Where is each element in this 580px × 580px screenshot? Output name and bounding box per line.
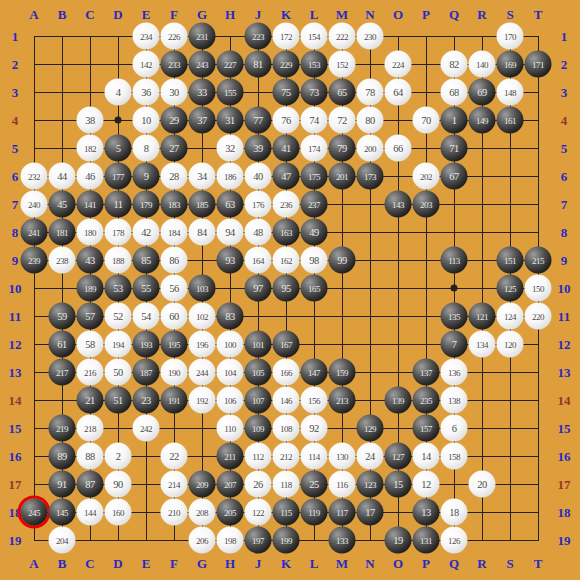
stone-white-j16: 112 (245, 443, 272, 470)
stone-white-f18: 210 (161, 499, 188, 526)
stone-white-c5: 182 (77, 135, 104, 162)
column-label-top-r: R (477, 8, 486, 21)
stone-black-h4: 31 (217, 107, 244, 134)
stone-black-e7: 179 (133, 191, 160, 218)
stone-black-a9: 239 (21, 247, 48, 274)
column-label-top-q: Q (449, 8, 459, 21)
column-label-bottom-f: F (170, 557, 178, 570)
stone-white-f9: 86 (161, 247, 188, 274)
stone-black-s10: 125 (497, 275, 524, 302)
stone-white-m1: 222 (329, 23, 356, 50)
stone-black-k12: 167 (273, 331, 300, 358)
stone-white-a7: 240 (21, 191, 48, 218)
stone-white-p4: 70 (413, 107, 440, 134)
column-label-bottom-c: C (85, 557, 94, 570)
stone-black-r11: 121 (469, 303, 496, 330)
stone-white-p6: 202 (413, 163, 440, 190)
stone-black-h17: 207 (217, 471, 244, 498)
star-point-q10 (451, 285, 458, 292)
stone-black-b16: 89 (49, 443, 76, 470)
stone-black-b8: 181 (49, 219, 76, 246)
stone-black-c17: 87 (77, 471, 104, 498)
stone-black-p15: 157 (413, 415, 440, 442)
stone-black-b15: 219 (49, 415, 76, 442)
row-label-left-16: 16 (9, 450, 22, 463)
stone-white-n16: 24 (357, 443, 384, 470)
stone-white-s1: 170 (497, 23, 524, 50)
stone-white-k15: 108 (273, 415, 300, 442)
column-label-bottom-n: N (365, 557, 374, 570)
row-label-left-10: 10 (9, 282, 22, 295)
stone-white-e5: 8 (133, 135, 160, 162)
stone-black-a18-last-move: 245 (21, 499, 48, 526)
stone-white-s3: 148 (497, 79, 524, 106)
stone-white-d13: 50 (105, 359, 132, 386)
stone-white-d3: 4 (105, 79, 132, 106)
stone-black-r4: 149 (469, 107, 496, 134)
column-label-top-f: F (170, 8, 178, 21)
stone-black-j19: 197 (245, 527, 272, 554)
stone-white-l16: 114 (301, 443, 328, 470)
stone-white-b9: 238 (49, 247, 76, 274)
stone-white-o3: 64 (385, 79, 412, 106)
row-label-right-8: 8 (561, 226, 568, 239)
stone-black-g4: 37 (189, 107, 216, 134)
stone-white-m17: 116 (329, 471, 356, 498)
stone-black-d14: 51 (105, 387, 132, 414)
stone-black-m13: 159 (329, 359, 356, 386)
column-label-top-g: G (197, 8, 207, 21)
stone-white-k4: 76 (273, 107, 300, 134)
column-label-bottom-o: O (393, 557, 403, 570)
stone-black-j12: 101 (245, 331, 272, 358)
row-label-right-3: 3 (561, 86, 568, 99)
column-label-top-b: B (58, 8, 67, 21)
row-label-right-16: 16 (558, 450, 571, 463)
stone-white-m16: 130 (329, 443, 356, 470)
stone-white-h19: 198 (217, 527, 244, 554)
row-label-left-8: 8 (12, 226, 19, 239)
stone-white-g11: 102 (189, 303, 216, 330)
stone-black-j4: 77 (245, 107, 272, 134)
stone-black-g10: 103 (189, 275, 216, 302)
stone-black-o17: 15 (385, 471, 412, 498)
stone-black-p14: 235 (413, 387, 440, 414)
row-label-left-15: 15 (9, 422, 22, 435)
row-label-right-7: 7 (561, 198, 568, 211)
stone-white-l15: 92 (301, 415, 328, 442)
stone-black-d10: 53 (105, 275, 132, 302)
stone-black-s9: 151 (497, 247, 524, 274)
stone-white-j8: 48 (245, 219, 272, 246)
stone-black-b12: 61 (49, 331, 76, 358)
stone-black-j1: 223 (245, 23, 272, 50)
stone-black-h2: 227 (217, 51, 244, 78)
stone-white-n5: 200 (357, 135, 384, 162)
stone-white-c8: 180 (77, 219, 104, 246)
row-label-right-1: 1 (561, 30, 568, 43)
stone-black-e12: 193 (133, 331, 160, 358)
stone-black-c11: 57 (77, 303, 104, 330)
stone-black-q6: 67 (441, 163, 468, 190)
column-label-top-j: J (255, 8, 262, 21)
stone-black-n18: 17 (357, 499, 384, 526)
stone-white-j18: 122 (245, 499, 272, 526)
stone-white-k9: 162 (273, 247, 300, 274)
stone-black-e6: 9 (133, 163, 160, 190)
row-label-left-9: 9 (12, 254, 19, 267)
stone-black-k3: 75 (273, 79, 300, 106)
column-label-bottom-g: G (197, 557, 207, 570)
stone-black-c14: 21 (77, 387, 104, 414)
go-board[interactable]: AABBCCDDEEFFGGHHJJKKLLMMNNOOPPQQRRSSTT11… (0, 0, 580, 580)
stone-black-q9: 113 (441, 247, 468, 274)
stone-black-g3: 33 (189, 79, 216, 106)
row-label-right-15: 15 (558, 422, 571, 435)
stone-black-m6: 201 (329, 163, 356, 190)
stone-black-c9: 43 (77, 247, 104, 274)
stone-white-c16: 88 (77, 443, 104, 470)
stone-white-j7: 176 (245, 191, 272, 218)
stone-black-k8: 163 (273, 219, 300, 246)
stone-black-p13: 137 (413, 359, 440, 386)
stone-white-p16: 14 (413, 443, 440, 470)
stone-white-s11: 124 (497, 303, 524, 330)
stone-white-k1: 172 (273, 23, 300, 50)
stone-white-e3: 36 (133, 79, 160, 106)
row-label-left-5: 5 (12, 142, 19, 155)
column-label-top-s: S (506, 8, 513, 21)
stone-black-b7: 45 (49, 191, 76, 218)
stone-white-b6: 44 (49, 163, 76, 190)
row-label-left-3: 3 (12, 86, 19, 99)
stone-black-m3: 65 (329, 79, 356, 106)
stone-white-n3: 78 (357, 79, 384, 106)
stone-black-b17: 91 (49, 471, 76, 498)
stone-white-f16: 22 (161, 443, 188, 470)
row-label-right-11: 11 (558, 310, 570, 323)
stone-black-d6: 177 (105, 163, 132, 190)
column-label-top-a: A (29, 8, 38, 21)
stone-black-q4: 1 (441, 107, 468, 134)
stone-white-k13: 166 (273, 359, 300, 386)
column-label-bottom-j: J (255, 557, 262, 570)
stone-black-g2: 243 (189, 51, 216, 78)
stone-black-o16: 127 (385, 443, 412, 470)
row-label-right-13: 13 (558, 366, 571, 379)
column-label-top-m: M (336, 8, 348, 21)
stone-white-e8: 42 (133, 219, 160, 246)
stone-black-l13: 147 (301, 359, 328, 386)
stone-white-g8: 84 (189, 219, 216, 246)
stone-white-e1: 234 (133, 23, 160, 50)
stone-black-k2: 229 (273, 51, 300, 78)
stone-white-f13: 190 (161, 359, 188, 386)
stone-black-b18: 145 (49, 499, 76, 526)
stone-white-j6: 40 (245, 163, 272, 190)
stone-white-d11: 52 (105, 303, 132, 330)
stone-white-r2: 140 (469, 51, 496, 78)
stone-black-c7: 141 (77, 191, 104, 218)
row-label-right-5: 5 (561, 142, 568, 155)
row-label-left-4: 4 (12, 114, 19, 127)
stone-black-m14: 213 (329, 387, 356, 414)
stone-black-o14: 139 (385, 387, 412, 414)
stone-white-c15: 218 (77, 415, 104, 442)
stone-black-s2: 169 (497, 51, 524, 78)
stone-white-o2: 224 (385, 51, 412, 78)
stone-white-m4: 72 (329, 107, 356, 134)
row-label-left-12: 12 (9, 338, 22, 351)
stone-white-q16: 158 (441, 443, 468, 470)
stone-white-p17: 12 (413, 471, 440, 498)
stone-white-e11: 54 (133, 303, 160, 330)
stone-black-h3: 155 (217, 79, 244, 106)
stone-white-d9: 188 (105, 247, 132, 274)
stone-black-d5: 5 (105, 135, 132, 162)
stone-black-g1: 231 (189, 23, 216, 50)
stone-black-l18: 119 (301, 499, 328, 526)
stone-black-j15: 109 (245, 415, 272, 442)
stone-black-f7: 183 (161, 191, 188, 218)
stone-white-q18: 18 (441, 499, 468, 526)
column-label-bottom-k: K (281, 557, 291, 570)
row-label-right-6: 6 (561, 170, 568, 183)
stone-black-l7: 237 (301, 191, 328, 218)
column-label-bottom-l: L (310, 557, 319, 570)
column-label-top-e: E (142, 8, 151, 21)
column-label-top-n: N (365, 8, 374, 21)
stone-white-k14: 146 (273, 387, 300, 414)
stone-black-j10: 97 (245, 275, 272, 302)
stone-white-j9: 164 (245, 247, 272, 274)
column-label-top-l: L (310, 8, 319, 21)
stone-black-j5: 39 (245, 135, 272, 162)
star-point-d4 (115, 117, 122, 124)
stone-white-t11: 220 (525, 303, 552, 330)
stone-black-g7: 185 (189, 191, 216, 218)
stone-white-q3: 68 (441, 79, 468, 106)
stone-black-n17: 123 (357, 471, 384, 498)
column-label-top-o: O (393, 8, 403, 21)
stone-white-g14: 192 (189, 387, 216, 414)
stone-black-p7: 203 (413, 191, 440, 218)
stone-white-e2: 142 (133, 51, 160, 78)
stone-black-e10: 55 (133, 275, 160, 302)
stone-white-o5: 66 (385, 135, 412, 162)
stone-black-t9: 215 (525, 247, 552, 274)
stone-white-h6: 186 (217, 163, 244, 190)
stone-white-c18: 144 (77, 499, 104, 526)
stone-white-f6: 28 (161, 163, 188, 190)
stone-black-l17: 25 (301, 471, 328, 498)
stone-white-c13: 216 (77, 359, 104, 386)
stone-black-o7: 143 (385, 191, 412, 218)
stone-black-j2: 81 (245, 51, 272, 78)
row-label-left-7: 7 (12, 198, 19, 211)
stone-black-l10: 165 (301, 275, 328, 302)
stone-black-j13: 105 (245, 359, 272, 386)
row-label-left-6: 6 (12, 170, 19, 183)
stone-black-k10: 95 (273, 275, 300, 302)
stone-black-k18: 115 (273, 499, 300, 526)
stone-white-t10: 150 (525, 275, 552, 302)
stone-black-f12: 195 (161, 331, 188, 358)
stone-white-m2: 152 (329, 51, 356, 78)
stone-black-f14: 191 (161, 387, 188, 414)
column-label-bottom-s: S (506, 557, 513, 570)
row-label-right-2: 2 (561, 58, 568, 71)
stone-black-n6: 173 (357, 163, 384, 190)
stone-black-l3: 73 (301, 79, 328, 106)
row-label-right-9: 9 (561, 254, 568, 267)
stone-black-e9: 85 (133, 247, 160, 274)
stone-white-a6: 232 (21, 163, 48, 190)
stone-black-h7: 63 (217, 191, 244, 218)
stone-white-d17: 90 (105, 471, 132, 498)
stone-black-c10: 189 (77, 275, 104, 302)
stone-black-f2: 233 (161, 51, 188, 78)
stone-white-g19: 206 (189, 527, 216, 554)
row-label-right-14: 14 (558, 394, 571, 407)
stone-white-c4: 38 (77, 107, 104, 134)
row-label-right-10: 10 (558, 282, 571, 295)
stone-black-e13: 187 (133, 359, 160, 386)
stone-white-d8: 178 (105, 219, 132, 246)
column-label-bottom-d: D (113, 557, 122, 570)
stone-white-h12: 100 (217, 331, 244, 358)
column-label-bottom-h: H (225, 557, 235, 570)
stone-white-n4: 80 (357, 107, 384, 134)
stone-black-h11: 83 (217, 303, 244, 330)
stone-white-f1: 226 (161, 23, 188, 50)
stone-white-f8: 184 (161, 219, 188, 246)
stone-white-f10: 56 (161, 275, 188, 302)
stone-white-l1: 154 (301, 23, 328, 50)
stone-black-p18: 13 (413, 499, 440, 526)
stone-white-h13: 104 (217, 359, 244, 386)
stone-white-c12: 58 (77, 331, 104, 358)
column-label-top-t: T (534, 8, 543, 21)
stone-white-k16: 212 (273, 443, 300, 470)
row-label-left-19: 19 (9, 534, 22, 547)
stone-black-m19: 133 (329, 527, 356, 554)
stone-black-j14: 107 (245, 387, 272, 414)
stone-white-h15: 110 (217, 415, 244, 442)
stone-black-l2: 153 (301, 51, 328, 78)
column-label-top-k: K (281, 8, 291, 21)
column-label-bottom-m: M (336, 557, 348, 570)
column-label-bottom-e: E (142, 557, 151, 570)
stone-white-f11: 60 (161, 303, 188, 330)
column-label-top-d: D (113, 8, 122, 21)
stone-black-q5: 71 (441, 135, 468, 162)
column-label-bottom-p: P (422, 557, 430, 570)
stone-black-m18: 117 (329, 499, 356, 526)
row-label-right-4: 4 (561, 114, 568, 127)
column-label-top-h: H (225, 8, 235, 21)
stone-black-q12: 7 (441, 331, 468, 358)
stone-black-k6: 47 (273, 163, 300, 190)
stone-black-o19: 19 (385, 527, 412, 554)
stone-white-g6: 34 (189, 163, 216, 190)
stone-black-a8: 241 (21, 219, 48, 246)
stone-black-h16: 211 (217, 443, 244, 470)
stone-black-b13: 217 (49, 359, 76, 386)
stone-black-q11: 135 (441, 303, 468, 330)
stone-white-h8: 94 (217, 219, 244, 246)
stone-white-c6: 46 (77, 163, 104, 190)
stone-black-h9: 93 (217, 247, 244, 274)
stone-black-k5: 41 (273, 135, 300, 162)
stone-white-l14: 156 (301, 387, 328, 414)
stone-black-f4: 29 (161, 107, 188, 134)
stone-black-b11: 59 (49, 303, 76, 330)
stone-white-d12: 194 (105, 331, 132, 358)
stone-white-j17: 26 (245, 471, 272, 498)
stone-white-q13: 136 (441, 359, 468, 386)
row-label-right-17: 17 (558, 478, 571, 491)
stone-black-t2: 171 (525, 51, 552, 78)
row-label-right-19: 19 (558, 534, 571, 547)
stone-black-p19: 131 (413, 527, 440, 554)
row-label-left-2: 2 (12, 58, 19, 71)
stone-white-k17: 118 (273, 471, 300, 498)
stone-black-d7: 11 (105, 191, 132, 218)
row-label-left-11: 11 (9, 310, 21, 323)
stone-white-h14: 106 (217, 387, 244, 414)
column-label-bottom-t: T (534, 557, 543, 570)
column-label-bottom-r: R (477, 557, 486, 570)
stone-black-k19: 199 (273, 527, 300, 554)
column-label-bottom-a: A (29, 557, 38, 570)
row-label-right-12: 12 (558, 338, 571, 351)
stone-white-f17: 214 (161, 471, 188, 498)
stone-white-d16: 2 (105, 443, 132, 470)
stone-white-l4: 74 (301, 107, 328, 134)
column-label-top-c: C (85, 8, 94, 21)
stone-white-g18: 208 (189, 499, 216, 526)
stone-white-e4: 10 (133, 107, 160, 134)
stone-white-g12: 196 (189, 331, 216, 358)
row-label-left-1: 1 (12, 30, 19, 43)
row-label-left-14: 14 (9, 394, 22, 407)
stone-black-n15: 129 (357, 415, 384, 442)
stone-white-g13: 244 (189, 359, 216, 386)
stone-white-n1: 230 (357, 23, 384, 50)
stone-white-q15: 6 (441, 415, 468, 442)
stone-white-q14: 138 (441, 387, 468, 414)
row-label-right-18: 18 (558, 506, 571, 519)
row-label-left-17: 17 (9, 478, 22, 491)
stone-black-e14: 23 (133, 387, 160, 414)
stone-black-h18: 205 (217, 499, 244, 526)
column-label-bottom-b: B (58, 557, 67, 570)
stone-black-g17: 209 (189, 471, 216, 498)
stone-white-s12: 120 (497, 331, 524, 358)
column-label-bottom-q: Q (449, 557, 459, 570)
stone-white-d18: 160 (105, 499, 132, 526)
stone-white-r12: 134 (469, 331, 496, 358)
stone-black-s4: 161 (497, 107, 524, 134)
stone-black-f5: 27 (161, 135, 188, 162)
stone-white-r17: 20 (469, 471, 496, 498)
stone-white-b19: 204 (49, 527, 76, 554)
column-label-top-p: P (422, 8, 430, 21)
stone-black-l8: 49 (301, 219, 328, 246)
stone-black-m9: 99 (329, 247, 356, 274)
stone-white-q2: 82 (441, 51, 468, 78)
